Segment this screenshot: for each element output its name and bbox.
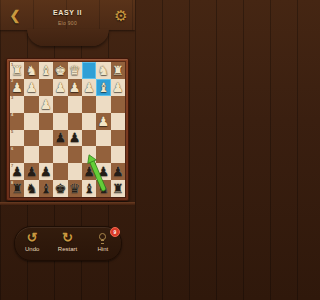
table-edge — [0, 202, 135, 205]
square-f2[interactable] — [39, 79, 53, 96]
level-title: EASY II — [0, 9, 135, 16]
square-d1[interactable]: ♛ — [68, 62, 82, 79]
restart-icon: ↻ — [51, 230, 83, 245]
piece-white-queen[interactable]: ♛ — [69, 64, 81, 77]
piece-black-pawn[interactable]: ♟ — [98, 165, 110, 178]
piece-black-pawn[interactable]: ♟ — [54, 131, 66, 144]
square-g6[interactable] — [24, 146, 38, 163]
piece-black-queen[interactable]: ♛ — [69, 182, 81, 195]
square-c7[interactable]: ♟ — [82, 163, 96, 180]
piece-white-pawn[interactable]: ♟ — [83, 81, 95, 94]
square-a7[interactable]: ♟ — [111, 163, 125, 180]
square-f4[interactable] — [39, 113, 53, 130]
header-arch-decoration — [27, 29, 109, 46]
piece-white-knight[interactable]: ♞ — [98, 64, 110, 77]
square-b5[interactable] — [96, 130, 110, 147]
square-c8[interactable]: ♝ — [82, 180, 96, 197]
piece-white-pawn[interactable]: ♟ — [26, 81, 38, 94]
square-f1[interactable]: ♝ — [39, 62, 53, 79]
piece-white-pawn[interactable]: ♟ — [69, 81, 81, 94]
square-d4[interactable] — [68, 113, 82, 130]
square-d8[interactable]: ♛ — [68, 180, 82, 197]
square-b8[interactable]: ♞ — [96, 180, 110, 197]
square-g8[interactable]: ♞ — [24, 180, 38, 197]
piece-black-pawn[interactable]: ♟ — [26, 165, 38, 178]
hint-count-badge: 9 — [110, 227, 120, 237]
square-h5[interactable]: 5 — [10, 130, 24, 147]
square-f8[interactable]: ♝ — [39, 180, 53, 197]
piece-black-knight[interactable]: ♞ — [98, 182, 110, 195]
square-c3[interactable] — [82, 96, 96, 113]
piece-white-bishop[interactable]: ♝ — [98, 81, 110, 94]
square-a1[interactable]: ♜ — [111, 62, 125, 79]
piece-black-bishop[interactable]: ♝ — [40, 182, 52, 195]
piece-black-rook[interactable]: ♜ — [11, 182, 23, 195]
square-e8[interactable]: ♚ — [53, 180, 67, 197]
rank-label-4: 4 — [11, 113, 13, 117]
piece-white-rook[interactable]: ♜ — [112, 64, 124, 77]
undo-label: Undo — [16, 246, 48, 252]
square-f3[interactable]: ♟ — [39, 96, 53, 113]
square-h8[interactable]: 8♜ — [10, 180, 24, 197]
piece-black-pawn[interactable]: ♟ — [40, 165, 52, 178]
rank-label-7: 7 — [11, 164, 13, 168]
chess-board: 1♜♞♝♚♛♞♜2♟♟♟♟♟♝♟3♟4♟5♟♟67♟♟♟♟♟♟8♜♞♝♚♛♝♞♜ — [10, 62, 125, 197]
square-e2[interactable]: ♟ — [53, 79, 67, 96]
piece-white-rook[interactable]: ♜ — [11, 64, 23, 77]
undo-button[interactable]: ↺ Undo — [16, 230, 48, 258]
rank-label-3: 3 — [11, 96, 13, 100]
square-h6[interactable]: 6 — [10, 146, 24, 163]
hint-button[interactable]: 9 Hint — [87, 230, 119, 258]
square-d7[interactable] — [68, 163, 82, 180]
square-h4[interactable]: 4 — [10, 113, 24, 130]
square-g3[interactable] — [24, 96, 38, 113]
square-f5[interactable] — [39, 130, 53, 147]
square-a2[interactable]: ♟ — [111, 79, 125, 96]
square-e3[interactable] — [53, 96, 67, 113]
piece-black-king[interactable]: ♚ — [54, 182, 66, 195]
chess-board-frame: 1♜♞♝♚♛♞♜2♟♟♟♟♟♝♟3♟4♟5♟♟67♟♟♟♟♟♟8♜♞♝♚♛♝♞♜ — [6, 58, 129, 201]
square-c6[interactable] — [82, 146, 96, 163]
piece-black-knight[interactable]: ♞ — [26, 182, 38, 195]
piece-black-pawn[interactable]: ♟ — [69, 131, 81, 144]
rank-label-6: 6 — [11, 147, 13, 151]
square-g5[interactable] — [24, 130, 38, 147]
square-h1[interactable]: 1♜ — [10, 62, 24, 79]
square-f6[interactable] — [39, 146, 53, 163]
piece-white-pawn[interactable]: ♟ — [11, 81, 23, 94]
square-f7[interactable]: ♟ — [39, 163, 53, 180]
square-d5[interactable]: ♟ — [68, 130, 82, 147]
square-c2[interactable]: ♟ — [82, 79, 96, 96]
piece-black-pawn[interactable]: ♟ — [11, 165, 23, 178]
square-b4[interactable]: ♟ — [96, 113, 110, 130]
square-g1[interactable]: ♞ — [24, 62, 38, 79]
square-e5[interactable]: ♟ — [53, 130, 67, 147]
square-b3[interactable] — [96, 96, 110, 113]
rank-label-2: 2 — [11, 79, 13, 83]
piece-black-rook[interactable]: ♜ — [112, 182, 124, 195]
hint-label: Hint — [87, 246, 119, 252]
restart-label: Restart — [51, 246, 83, 252]
square-g4[interactable] — [24, 113, 38, 130]
square-d2[interactable]: ♟ — [68, 79, 82, 96]
piece-white-pawn[interactable]: ♟ — [112, 81, 124, 94]
piece-black-bishop[interactable]: ♝ — [83, 182, 95, 195]
elo-rating: Elo 900 — [0, 20, 135, 26]
square-e6[interactable] — [53, 146, 67, 163]
square-e1[interactable]: ♚ — [53, 62, 67, 79]
rank-label-5: 5 — [11, 130, 13, 134]
piece-black-pawn[interactable]: ♟ — [112, 165, 124, 178]
piece-white-pawn[interactable]: ♟ — [40, 98, 52, 111]
square-a3[interactable] — [111, 96, 125, 113]
square-g7[interactable]: ♟ — [24, 163, 38, 180]
undo-icon: ↺ — [16, 230, 48, 245]
piece-white-pawn[interactable]: ♟ — [98, 115, 110, 128]
square-d6[interactable] — [68, 146, 82, 163]
square-c4[interactable] — [82, 113, 96, 130]
square-b1[interactable]: ♞ — [96, 62, 110, 79]
square-e4[interactable] — [53, 113, 67, 130]
rank-label-8: 8 — [11, 181, 13, 185]
square-e7[interactable] — [53, 163, 67, 180]
square-a4[interactable] — [111, 113, 125, 130]
restart-button[interactable]: ↻ Restart — [51, 230, 83, 258]
square-h2[interactable]: 2♟ — [10, 79, 24, 96]
square-a6[interactable] — [111, 146, 125, 163]
square-g2[interactable]: ♟ — [24, 79, 38, 96]
square-d3[interactable] — [68, 96, 82, 113]
square-a8[interactable]: ♜ — [111, 180, 125, 197]
toolbar: ↺ Undo ↻ Restart 9 Hint — [14, 226, 122, 261]
piece-white-bishop[interactable]: ♝ — [40, 64, 52, 77]
rank-label-1: 1 — [11, 63, 13, 67]
square-b2[interactable]: ♝ — [96, 79, 110, 96]
square-b7[interactable]: ♟ — [96, 163, 110, 180]
square-c1[interactable] — [82, 62, 96, 79]
square-h7[interactable]: 7♟ — [10, 163, 24, 180]
square-a5[interactable] — [111, 130, 125, 147]
square-c5[interactable] — [82, 130, 96, 147]
piece-white-king[interactable]: ♚ — [54, 64, 66, 77]
square-h3[interactable]: 3 — [10, 96, 24, 113]
square-b6[interactable] — [96, 146, 110, 163]
piece-black-pawn[interactable]: ♟ — [83, 165, 95, 178]
piece-white-knight[interactable]: ♞ — [26, 64, 38, 77]
piece-white-pawn[interactable]: ♟ — [54, 81, 66, 94]
